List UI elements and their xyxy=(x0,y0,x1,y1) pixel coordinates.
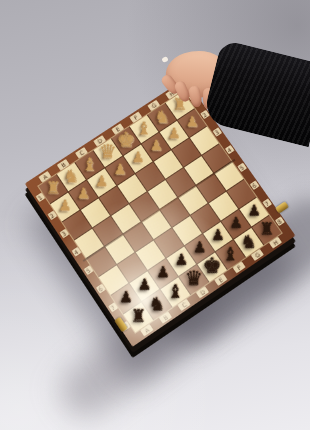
coord-number-3: 3 xyxy=(212,128,222,137)
coord-number-3: 3 xyxy=(59,229,69,239)
fingernail xyxy=(161,56,168,63)
coord-number-6: 6 xyxy=(96,284,106,294)
piece-black-rook: ♜ xyxy=(256,219,277,240)
coord-number-5: 5 xyxy=(237,163,247,172)
coord-number-5: 5 xyxy=(83,265,93,275)
coord-number-4: 4 xyxy=(71,247,81,257)
piece-white-pawn: ♟ xyxy=(182,112,203,132)
coord-number-6: 6 xyxy=(249,181,259,191)
coord-number-4: 4 xyxy=(224,145,234,154)
photo-background: AABBCCDDEEFFGGHH1122334455667788 ♜♞♝♛♚♝♞… xyxy=(0,0,310,430)
